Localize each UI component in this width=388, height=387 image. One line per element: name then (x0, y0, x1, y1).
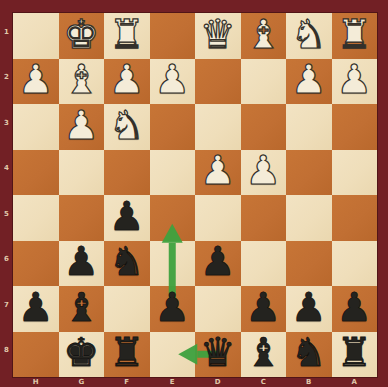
square-d5[interactable] (195, 195, 241, 241)
square-a8[interactable]: ♜ (332, 332, 378, 378)
file-label-a: A (332, 377, 378, 387)
square-c2[interactable] (241, 59, 287, 105)
piece-wP-d4: ♟ (195, 148, 241, 194)
piece-bP-g6: ♟ (59, 239, 105, 285)
piece-bR-f8: ♜ (104, 330, 150, 376)
file-labels: HGFEDCBA (13, 377, 377, 387)
piece-wP-e2: ♟ (150, 57, 196, 103)
piece-wP-g3: ♟ (59, 102, 105, 148)
square-g5[interactable] (59, 195, 105, 241)
piece-bN-b8: ♞ (286, 330, 332, 376)
square-d2[interactable] (195, 59, 241, 105)
file-label-g: G (59, 377, 105, 387)
rank-label-2: 2 (0, 55, 13, 101)
file-label-c: C (241, 377, 287, 387)
chess-board[interactable]: ♚♜♛♝♞♜♟♝♟♟♟♟♟♞♟♟♟♟♞♟♟♝♟♟♟♟♚♜♛♝♞♜ (13, 13, 377, 377)
square-g3[interactable]: ♟ (59, 104, 105, 150)
rank-labels: 12345678 (0, 13, 13, 377)
piece-wR-f1: ♜ (104, 11, 150, 57)
square-d7[interactable] (195, 286, 241, 332)
square-b8[interactable]: ♞ (286, 332, 332, 378)
square-h8[interactable] (13, 332, 59, 378)
piece-wP-a2: ♟ (332, 57, 378, 103)
piece-wP-h2: ♟ (13, 57, 59, 103)
piece-bN-f6: ♞ (104, 239, 150, 285)
square-b7[interactable]: ♟ (286, 286, 332, 332)
rank-label-3: 3 (0, 100, 13, 146)
square-d4[interactable]: ♟ (195, 150, 241, 196)
square-g2[interactable]: ♝ (59, 59, 105, 105)
square-c7[interactable]: ♟ (241, 286, 287, 332)
file-label-f: F (104, 377, 150, 387)
square-h1[interactable] (13, 13, 59, 59)
square-g8[interactable]: ♚ (59, 332, 105, 378)
rank-label-8: 8 (0, 328, 13, 374)
square-e5[interactable] (150, 195, 196, 241)
square-e3[interactable] (150, 104, 196, 150)
square-b4[interactable] (286, 150, 332, 196)
square-f8[interactable]: ♜ (104, 332, 150, 378)
square-h6[interactable] (13, 241, 59, 287)
piece-wR-a1: ♜ (332, 11, 378, 57)
square-b5[interactable] (286, 195, 332, 241)
square-c8[interactable]: ♝ (241, 332, 287, 378)
piece-bQ-d8: ♛ (195, 330, 241, 376)
square-b6[interactable] (286, 241, 332, 287)
piece-wB-c1: ♝ (241, 11, 287, 57)
piece-bP-a7: ♟ (332, 284, 378, 330)
piece-bK-g8: ♚ (59, 330, 105, 376)
square-a7[interactable]: ♟ (332, 286, 378, 332)
piece-wN-f3: ♞ (104, 102, 150, 148)
piece-bB-g7: ♝ (59, 284, 105, 330)
square-a2[interactable]: ♟ (332, 59, 378, 105)
piece-bP-c7: ♟ (241, 284, 287, 330)
file-label-e: E (150, 377, 196, 387)
square-h4[interactable] (13, 150, 59, 196)
square-b3[interactable] (286, 104, 332, 150)
square-a6[interactable] (332, 241, 378, 287)
square-d3[interactable] (195, 104, 241, 150)
square-f5[interactable]: ♟ (104, 195, 150, 241)
square-g7[interactable]: ♝ (59, 286, 105, 332)
piece-wP-f2: ♟ (104, 57, 150, 103)
square-f2[interactable]: ♟ (104, 59, 150, 105)
square-g4[interactable] (59, 150, 105, 196)
square-c4[interactable]: ♟ (241, 150, 287, 196)
rank-label-6: 6 (0, 237, 13, 283)
square-f4[interactable] (104, 150, 150, 196)
square-h2[interactable]: ♟ (13, 59, 59, 105)
square-e8[interactable] (150, 332, 196, 378)
square-f3[interactable]: ♞ (104, 104, 150, 150)
rank-label-1: 1 (0, 9, 13, 55)
square-g1[interactable]: ♚ (59, 13, 105, 59)
square-a1[interactable]: ♜ (332, 13, 378, 59)
piece-bR-a8: ♜ (332, 330, 378, 376)
piece-bP-b7: ♟ (286, 284, 332, 330)
piece-bP-h7: ♟ (13, 284, 59, 330)
chess-board-frame: 12345678 ♚♜♛♝♞♜♟♝♟♟♟♟♟♞♟♟♟♟♞♟♟♝♟♟♟♟♚♜♛♝♞… (0, 0, 388, 387)
square-h3[interactable] (13, 104, 59, 150)
square-e4[interactable] (150, 150, 196, 196)
square-c3[interactable] (241, 104, 287, 150)
square-h7[interactable]: ♟ (13, 286, 59, 332)
square-a4[interactable] (332, 150, 378, 196)
piece-wP-b2: ♟ (286, 57, 332, 103)
square-a3[interactable] (332, 104, 378, 150)
square-e6[interactable] (150, 241, 196, 287)
file-label-h: H (13, 377, 59, 387)
file-label-b: B (286, 377, 332, 387)
square-f1[interactable]: ♜ (104, 13, 150, 59)
square-g6[interactable]: ♟ (59, 241, 105, 287)
piece-bB-c8: ♝ (241, 330, 287, 376)
piece-wK-g1: ♚ (59, 11, 105, 57)
piece-bP-f5: ♟ (104, 193, 150, 239)
piece-bP-e7: ♟ (150, 284, 196, 330)
piece-wB-g2: ♝ (59, 57, 105, 103)
square-c5[interactable] (241, 195, 287, 241)
square-f6[interactable]: ♞ (104, 241, 150, 287)
square-a5[interactable] (332, 195, 378, 241)
square-f7[interactable] (104, 286, 150, 332)
rank-label-5: 5 (0, 191, 13, 237)
rank-label-4: 4 (0, 146, 13, 192)
square-c6[interactable] (241, 241, 287, 287)
piece-wQ-d1: ♛ (195, 11, 241, 57)
square-e1[interactable] (150, 13, 196, 59)
square-d6[interactable]: ♟ (195, 241, 241, 287)
square-d8[interactable]: ♛ (195, 332, 241, 378)
square-e7[interactable]: ♟ (150, 286, 196, 332)
piece-bP-d6: ♟ (195, 239, 241, 285)
square-b1[interactable]: ♞ (286, 13, 332, 59)
square-d1[interactable]: ♛ (195, 13, 241, 59)
square-e2[interactable]: ♟ (150, 59, 196, 105)
square-b2[interactable]: ♟ (286, 59, 332, 105)
piece-wP-c4: ♟ (241, 148, 287, 194)
piece-wN-b1: ♞ (286, 11, 332, 57)
square-c1[interactable]: ♝ (241, 13, 287, 59)
square-h5[interactable] (13, 195, 59, 241)
file-label-d: D (195, 377, 241, 387)
rank-label-7: 7 (0, 282, 13, 328)
